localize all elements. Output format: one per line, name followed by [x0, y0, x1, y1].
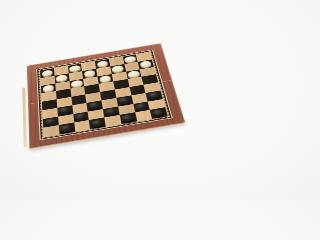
pinstripe-border [36, 50, 172, 141]
square-b1[interactable] [59, 123, 75, 135]
black-checker[interactable] [91, 119, 104, 128]
square-e1[interactable] [104, 115, 121, 127]
board-frame [27, 43, 185, 148]
black-checker[interactable] [60, 124, 73, 133]
playing-grid [39, 52, 169, 138]
photo-background [0, 0, 200, 200]
square-a1[interactable] [43, 125, 59, 137]
board-top-face [27, 43, 185, 148]
black-checker[interactable] [152, 109, 166, 118]
black-checker[interactable] [121, 114, 134, 123]
square-h1[interactable] [150, 107, 168, 119]
square-c1[interactable] [74, 120, 91, 132]
square-d1[interactable] [89, 118, 106, 130]
board-side-edge-left [22, 87, 27, 147]
checkers-board [12, 5, 189, 178]
